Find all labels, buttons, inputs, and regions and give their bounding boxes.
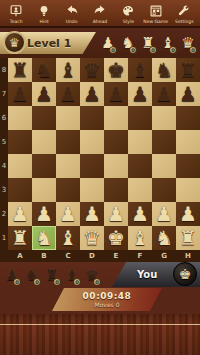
square-c1[interactable]: ♝: [56, 226, 80, 250]
capture-count-badge: 0: [33, 278, 41, 286]
captured-white-rook: ♜ 0: [139, 31, 157, 55]
file-labels: ABCDEFGH: [8, 250, 200, 262]
capture-count-badge: 0: [109, 46, 117, 54]
square-d6[interactable]: [80, 106, 104, 130]
toolbar-label: Settings: [175, 18, 193, 23]
style-icon: [121, 4, 135, 18]
square-b1[interactable]: ♞: [32, 226, 56, 250]
white-bishop-c1[interactable]: ♝: [59, 226, 77, 250]
rank-label-5: 5: [0, 130, 8, 154]
white-pawn-c2[interactable]: ♟: [59, 202, 77, 226]
square-f4[interactable]: [128, 154, 152, 178]
square-b5[interactable]: [32, 130, 56, 154]
captured-black-bishop: ♝ 0: [63, 263, 81, 287]
square-f5[interactable]: [128, 130, 152, 154]
square-b6[interactable]: [32, 106, 56, 130]
square-g5[interactable]: [152, 130, 176, 154]
file-label-f: F: [128, 250, 152, 262]
toolbar-button-style[interactable]: Style: [115, 1, 142, 27]
captured-black-rook: ♜ 0: [43, 263, 61, 287]
captured-white-knight: ♞ 0: [119, 31, 137, 55]
toolbar-button-undo[interactable]: Undo: [59, 1, 86, 27]
black-pawn-a7[interactable]: ♟: [11, 82, 29, 106]
new-game-icon: [149, 4, 163, 18]
square-g1[interactable]: ♞: [152, 226, 176, 250]
square-f3[interactable]: [128, 178, 152, 202]
black-knight-g8[interactable]: ♞: [155, 58, 173, 82]
toolbar-label: Ahead: [93, 18, 107, 23]
rank-label-8: 8: [0, 58, 8, 82]
square-d8[interactable]: ♛: [80, 58, 104, 82]
square-b7[interactable]: ♟: [32, 82, 56, 106]
black-pawn-e7[interactable]: ♟: [107, 82, 125, 106]
toolbar: Teach Hint Undo Ahead: [0, 0, 200, 28]
capture-count-badge: 0: [189, 46, 197, 54]
square-d5[interactable]: [80, 130, 104, 154]
timer-banner: 00:09:48 Moves 0: [52, 288, 162, 311]
white-pawn-d2[interactable]: ♟: [83, 202, 101, 226]
captured-black-knight: ♞ 0: [23, 263, 41, 287]
square-e4[interactable]: [104, 154, 128, 178]
captured-white-bishop: ♝ 0: [159, 31, 177, 55]
black-pawn-d7[interactable]: ♟: [83, 82, 101, 106]
black-bishop-c8[interactable]: ♝: [59, 58, 77, 82]
file-label-c: C: [56, 250, 80, 262]
square-f2[interactable]: ♟: [128, 202, 152, 226]
file-label-h: H: [176, 250, 200, 262]
square-h1[interactable]: ♜: [176, 226, 200, 250]
white-pawn-f2[interactable]: ♟: [131, 202, 149, 226]
white-king-e1[interactable]: ♚: [107, 226, 125, 250]
rank-label-1: 1: [0, 226, 8, 250]
file-label-g: G: [152, 250, 176, 262]
square-e6[interactable]: [104, 106, 128, 130]
square-e8[interactable]: ♚: [104, 58, 128, 82]
white-knight-g1[interactable]: ♞: [155, 226, 173, 250]
square-h3[interactable]: [176, 178, 200, 202]
black-bishop-f8[interactable]: ♝: [131, 58, 149, 82]
square-f8[interactable]: ♝: [128, 58, 152, 82]
toolbar-label: New Game: [144, 18, 169, 23]
square-h2[interactable]: ♟: [176, 202, 200, 226]
square-e1[interactable]: ♚: [104, 226, 128, 250]
square-h6[interactable]: [176, 106, 200, 130]
toolbar-label: Teach: [10, 18, 23, 23]
board-frame: 87654321 ♜♞♝♛♚♝♞♜♟♟♟♟♟♟♟♟♟♟♟♟♟♟♟♟♜♞♝♛♚♝♞…: [0, 58, 200, 262]
square-a8[interactable]: ♜: [8, 58, 32, 82]
square-a4[interactable]: [8, 154, 32, 178]
black-king-e8[interactable]: ♚: [107, 58, 125, 82]
square-e3[interactable]: [104, 178, 128, 202]
square-b2[interactable]: ♟: [32, 202, 56, 226]
black-pawn-h7[interactable]: ♟: [179, 82, 197, 106]
file-label-d: D: [80, 250, 104, 262]
toolbar-button-teach[interactable]: Teach: [3, 1, 30, 27]
move-counter: Moves 0: [95, 301, 120, 308]
table-wood-background: [0, 314, 200, 355]
white-pawn-b2[interactable]: ♟: [35, 202, 53, 226]
captured-black-pawn: ♟ 0: [3, 263, 21, 287]
square-g6[interactable]: [152, 106, 176, 130]
toolbar-button-settings[interactable]: Settings: [171, 1, 198, 27]
level-label: Level 1: [27, 37, 71, 50]
square-g8[interactable]: ♞: [152, 58, 176, 82]
toolbar-label: Undo: [66, 18, 78, 23]
black-pawn-b7[interactable]: ♟: [35, 82, 53, 106]
black-pawn-g7[interactable]: ♟: [155, 82, 173, 106]
captured-black-queen: ♛ 0: [83, 263, 101, 287]
player-name: You: [137, 269, 157, 280]
black-rook-h8[interactable]: ♜: [179, 58, 197, 82]
square-b4[interactable]: [32, 154, 56, 178]
level-crown-badge: ♛: [3, 31, 26, 54]
chess-app: Teach Hint Undo Ahead: [0, 0, 200, 355]
capture-count-badge: 0: [93, 278, 101, 286]
white-knight-b1[interactable]: ♞: [35, 226, 53, 250]
square-b8[interactable]: ♞: [32, 58, 56, 82]
file-label-b: B: [32, 250, 56, 262]
square-c3[interactable]: [56, 178, 80, 202]
black-pawn-f7[interactable]: ♟: [131, 82, 149, 106]
square-h8[interactable]: ♜: [176, 58, 200, 82]
square-g7[interactable]: ♟: [152, 82, 176, 106]
capture-count-badge: 0: [149, 46, 157, 54]
white-pawn-g2[interactable]: ♟: [155, 202, 173, 226]
square-b3[interactable]: [32, 178, 56, 202]
captured-white-pawn: ♟ 0: [99, 31, 117, 55]
table-edge-line: [0, 324, 200, 325]
square-d1[interactable]: ♛: [80, 226, 104, 250]
ahead-icon: [93, 4, 107, 18]
rank-label-7: 7: [0, 82, 8, 106]
capture-count-badge: 0: [129, 46, 137, 54]
captured-white-pieces-tray: ♟ 0 ♞ 0 ♜ 0 ♝ 0 ♛ 0: [99, 31, 197, 55]
player-king-badge: ♚: [173, 262, 197, 286]
square-g3[interactable]: [152, 178, 176, 202]
square-a5[interactable]: [8, 130, 32, 154]
white-rook-a1[interactable]: ♜: [11, 226, 29, 250]
toolbar-button-hint[interactable]: Hint: [31, 1, 58, 27]
square-e5[interactable]: [104, 130, 128, 154]
black-knight-b8[interactable]: ♞: [35, 58, 53, 82]
square-e7[interactable]: ♟: [104, 82, 128, 106]
capture-count-badge: 0: [169, 46, 177, 54]
king-icon: ♚: [179, 267, 192, 281]
file-label-a: A: [8, 250, 32, 262]
settings-icon: [177, 4, 191, 18]
white-bishop-f1[interactable]: ♝: [131, 226, 149, 250]
square-a6[interactable]: [8, 106, 32, 130]
white-pawn-h2[interactable]: ♟: [179, 202, 197, 226]
rank-label-4: 4: [0, 154, 8, 178]
square-h4[interactable]: [176, 154, 200, 178]
white-pawn-e2[interactable]: ♟: [107, 202, 125, 226]
toolbar-button-new-game[interactable]: New Game: [143, 1, 170, 27]
white-rook-h1[interactable]: ♜: [179, 226, 197, 250]
black-pawn-c7[interactable]: ♟: [59, 82, 77, 106]
captured-white-queen: ♛ 0: [179, 31, 197, 55]
square-c6[interactable]: [56, 106, 80, 130]
black-queen-d8[interactable]: ♛: [83, 58, 101, 82]
square-a7[interactable]: ♟: [8, 82, 32, 106]
timer-row: 00:09:48 Moves 0: [0, 288, 200, 314]
square-h7[interactable]: ♟: [176, 82, 200, 106]
white-pawn-a2[interactable]: ♟: [11, 202, 29, 226]
square-c5[interactable]: [56, 130, 80, 154]
capture-count-badge: 0: [73, 278, 81, 286]
square-d2[interactable]: ♟: [80, 202, 104, 226]
clock-time: 00:09:48: [83, 291, 132, 301]
square-d3[interactable]: [80, 178, 104, 202]
header: Level 1 ♛ ♟ 0 ♞ 0 ♜ 0 ♝ 0 ♛ 0: [0, 28, 200, 58]
rank-label-3: 3: [0, 178, 8, 202]
chess-board[interactable]: ♜♞♝♛♚♝♞♜♟♟♟♟♟♟♟♟♟♟♟♟♟♟♟♟♜♞♝♛♚♝♞♜: [8, 58, 200, 250]
captured-black-pieces-tray: ♟ 0 ♞ 0 ♜ 0 ♝ 0 ♛ 0: [0, 263, 101, 287]
square-c7[interactable]: ♟: [56, 82, 80, 106]
square-g2[interactable]: ♟: [152, 202, 176, 226]
hint-icon: [37, 4, 51, 18]
black-rook-a8[interactable]: ♜: [11, 58, 29, 82]
square-f1[interactable]: ♝: [128, 226, 152, 250]
square-c2[interactable]: ♟: [56, 202, 80, 226]
square-c8[interactable]: ♝: [56, 58, 80, 82]
square-f6[interactable]: [128, 106, 152, 130]
square-a2[interactable]: ♟: [8, 202, 32, 226]
square-g4[interactable]: [152, 154, 176, 178]
rank-label-2: 2: [0, 202, 8, 226]
square-a1[interactable]: ♜: [8, 226, 32, 250]
square-h5[interactable]: [176, 130, 200, 154]
rank-labels: 87654321: [0, 58, 8, 250]
capture-count-badge: 0: [13, 278, 21, 286]
toolbar-button-ahead[interactable]: Ahead: [87, 1, 114, 27]
file-label-e: E: [104, 250, 128, 262]
square-e2[interactable]: ♟: [104, 202, 128, 226]
square-c4[interactable]: [56, 154, 80, 178]
white-queen-d1[interactable]: ♛: [83, 226, 101, 250]
rank-label-6: 6: [0, 106, 8, 130]
square-d7[interactable]: ♟: [80, 82, 104, 106]
teach-icon: [9, 4, 23, 18]
square-a3[interactable]: [8, 178, 32, 202]
square-f7[interactable]: ♟: [128, 82, 152, 106]
toolbar-label: Hint: [39, 18, 48, 23]
square-d4[interactable]: [80, 154, 104, 178]
crown-icon: ♛: [9, 37, 20, 49]
undo-icon: [65, 4, 79, 18]
toolbar-label: Style: [122, 18, 133, 23]
capture-count-badge: 0: [53, 278, 61, 286]
lower-bar: ♟ 0 ♞ 0 ♜ 0 ♝ 0 ♛ 0 You ♚: [0, 262, 200, 288]
